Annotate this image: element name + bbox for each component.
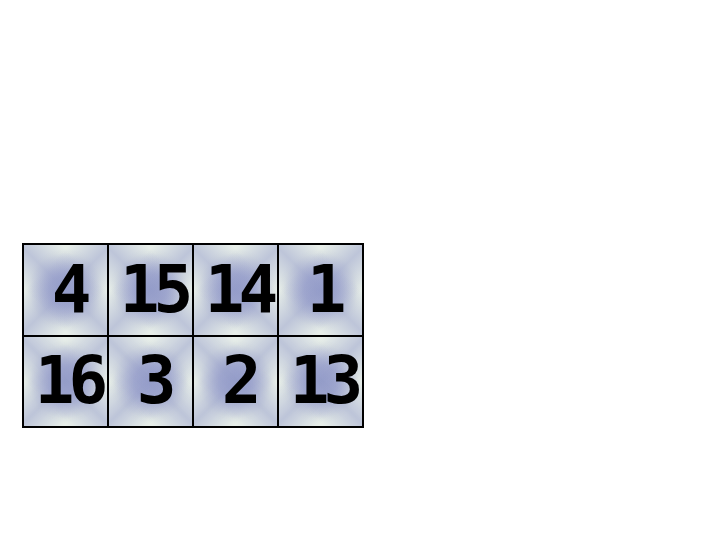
tile-r0c0[interactable]: 4 (24, 245, 107, 335)
tile-r1c1[interactable]: 3 (109, 337, 192, 427)
tile-r0c3[interactable]: 1 (279, 245, 362, 335)
tile-r1c0[interactable]: 16 (24, 337, 107, 427)
tile-r1c3[interactable]: 13 (279, 337, 362, 427)
tile-r0c1[interactable]: 15 (109, 245, 192, 335)
number-grid: 4 15 14 1 16 3 2 13 (22, 243, 364, 428)
tile-r1c2[interactable]: 2 (194, 337, 277, 427)
tile-r0c2[interactable]: 14 (194, 245, 277, 335)
